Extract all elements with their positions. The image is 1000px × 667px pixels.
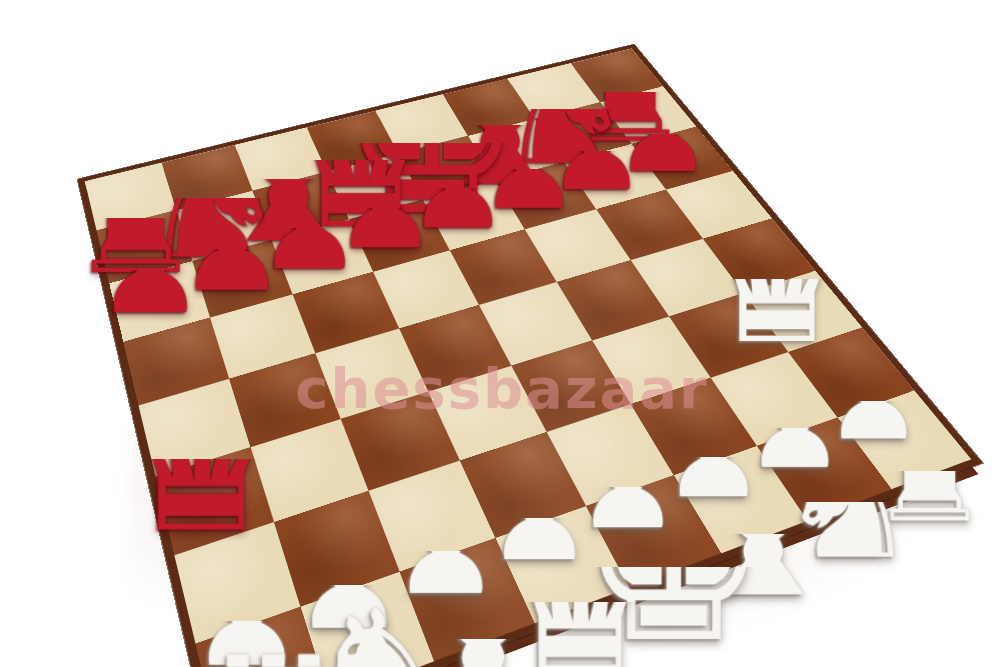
scene: ♜♞♝♛♚♝♞♜♟♟♟♟♟♟♟♟♛♛♟♟♟♟♟♟♟♟♜♞♝♛♚♝♞♜ (0, 0, 1000, 667)
board-wrap: ♜♞♝♛♚♝♞♜♟♟♟♟♟♟♟♟♛♛♟♟♟♟♟♟♟♟♜♞♝♛♚♝♞♜ (78, 44, 983, 667)
chess-board: ♜♞♝♛♚♝♞♜♟♟♟♟♟♟♟♟♛♛♟♟♟♟♟♟♟♟♜♞♝♛♚♝♞♜ (78, 44, 983, 667)
chess-set-photo: ♜♞♝♛♚♝♞♜♟♟♟♟♟♟♟♟♛♛♟♟♟♟♟♟♟♟♜♞♝♛♚♝♞♜ chess… (0, 0, 1000, 667)
